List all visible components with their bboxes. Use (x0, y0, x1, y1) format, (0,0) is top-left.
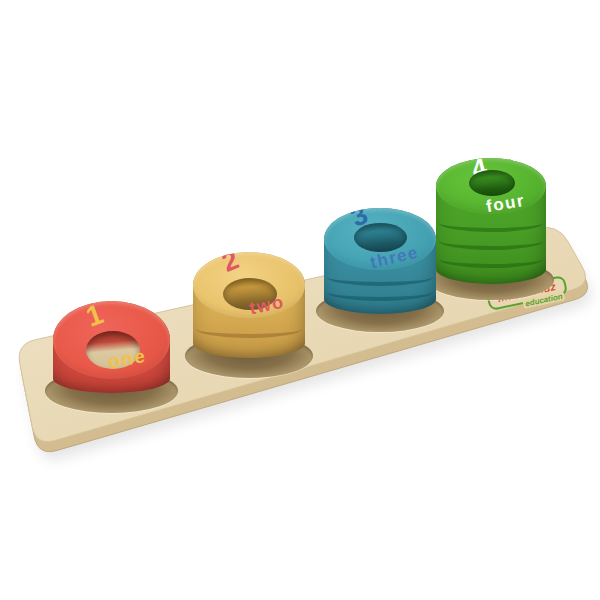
product-photo: 1 one 2 two 3 (0, 0, 600, 600)
ring-stack-red: 1 one (53, 301, 170, 393)
peg-three: 3 three (300, 0, 450, 600)
ring-stack-green: 4 four (436, 158, 546, 284)
peg-four: 4 four (450, 0, 600, 600)
ring-stack-teal: 3 three (324, 208, 436, 314)
ring-seam (439, 214, 542, 232)
ring-top-face: 3 three (324, 208, 436, 270)
ring-seam (439, 232, 542, 250)
pegs-grid: 1 one 2 two 3 (0, 0, 600, 600)
ring-top-face: 1 one (53, 301, 170, 379)
ring-stack-yellow: 2 two (193, 252, 305, 358)
peg-two: 2 two (150, 0, 300, 600)
ring-seam (327, 283, 432, 301)
peg-one: 1 one (0, 0, 150, 600)
peg-number-label: 2 (218, 252, 242, 277)
peg-number-label: 1 (83, 301, 107, 332)
ring-top-face: 4 four (436, 158, 546, 214)
ring-top-face: 2 two (193, 252, 305, 318)
peg-word-label: one (107, 346, 148, 371)
ring-hole (469, 170, 515, 196)
ring-seam (439, 250, 542, 268)
ring-seam (196, 320, 301, 338)
